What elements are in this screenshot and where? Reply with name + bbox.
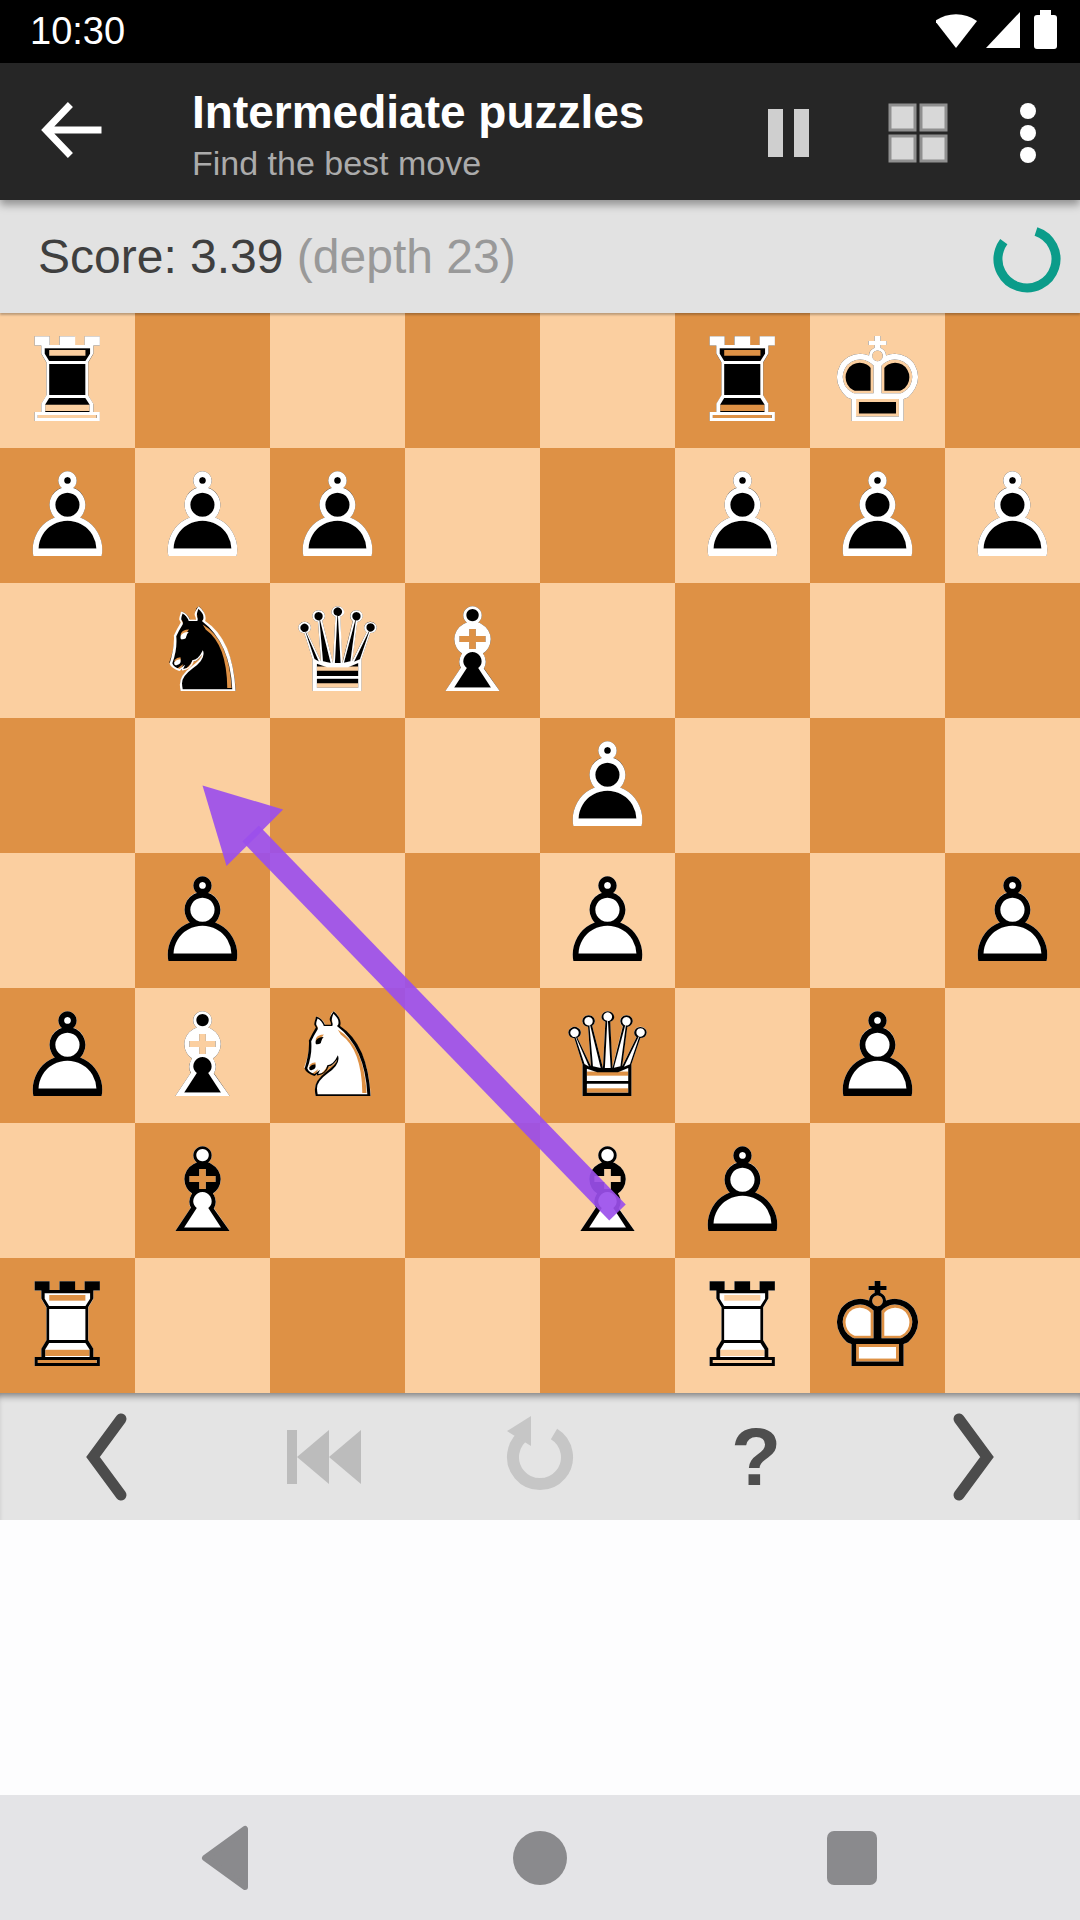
piece-black-pawn: ♟	[945, 448, 1080, 583]
square-d6[interactable]: ♝♗	[405, 583, 540, 718]
square-c1[interactable]	[270, 1258, 405, 1393]
piece-white-pawn: ♟	[675, 1123, 810, 1258]
piece-white-bishop: ♝	[135, 1123, 270, 1258]
undo-icon	[495, 1412, 585, 1502]
square-h8[interactable]	[945, 313, 1080, 448]
piece-outline-pawn: ♙	[0, 988, 135, 1123]
square-d5[interactable]	[405, 718, 540, 853]
square-c3[interactable]: ♞♘	[270, 988, 405, 1123]
score-text: Score: 3.39 (depth 23)	[38, 229, 516, 284]
square-e2[interactable]: ♝♗	[540, 1123, 675, 1258]
square-h7[interactable]: ♟♙	[945, 448, 1080, 583]
square-a8[interactable]: ♜♖	[0, 313, 135, 448]
piece-white-pawn: ♟	[0, 988, 135, 1123]
back-arrow-icon	[26, 85, 116, 175]
rewind-icon	[279, 1422, 369, 1492]
piece-outline-queen: ♕	[540, 988, 675, 1123]
wifi-icon	[936, 14, 977, 48]
square-g3[interactable]: ♟♙	[810, 988, 945, 1123]
nav-back-icon	[193, 1823, 263, 1893]
piece-white-bishop: ♝	[540, 1123, 675, 1258]
piece-outline-pawn: ♙	[945, 448, 1080, 583]
nav-recents-button[interactable]	[762, 1795, 942, 1920]
piece-black-pawn: ♟	[0, 448, 135, 583]
square-g2[interactable]	[810, 1123, 945, 1258]
piece-black-pawn: ♟	[675, 448, 810, 583]
board-layout-button[interactable]	[878, 93, 958, 173]
square-c8[interactable]	[270, 313, 405, 448]
rewind-to-start-button[interactable]	[244, 1393, 404, 1520]
piece-outline-queen: ♕	[270, 583, 405, 718]
chevron-right-icon	[937, 1407, 1007, 1507]
status-bar: 10:30	[0, 0, 1080, 63]
previous-move-button[interactable]	[28, 1393, 188, 1520]
piece-outline-pawn: ♙	[540, 718, 675, 853]
square-g4[interactable]	[810, 853, 945, 988]
back-button[interactable]	[26, 85, 116, 175]
piece-white-pawn: ♟	[135, 853, 270, 988]
square-c4[interactable]	[270, 853, 405, 988]
piece-outline-pawn: ♙	[540, 853, 675, 988]
square-a7[interactable]: ♟♙	[0, 448, 135, 583]
square-c5[interactable]	[270, 718, 405, 853]
piece-white-queen: ♛	[540, 988, 675, 1123]
page-title: Intermediate puzzles	[192, 83, 644, 141]
piece-outline-pawn: ♙	[135, 853, 270, 988]
square-e7[interactable]	[540, 448, 675, 583]
square-a4[interactable]	[0, 853, 135, 988]
piece-black-pawn: ♟	[540, 718, 675, 853]
piece-white-pawn: ♟	[810, 988, 945, 1123]
overflow-menu-icon	[988, 93, 1068, 173]
next-move-button[interactable]	[892, 1393, 1052, 1520]
piece-white-pawn: ♟	[945, 853, 1080, 988]
piece-outline-knight: ♘	[270, 988, 405, 1123]
overflow-menu-button[interactable]	[988, 93, 1068, 173]
piece-black-rook: ♜	[0, 313, 135, 448]
square-e1[interactable]	[540, 1258, 675, 1393]
piece-outline-bishop: ♗	[405, 583, 540, 718]
puzzle-toolbar: ?	[0, 1393, 1080, 1520]
square-g5[interactable]	[810, 718, 945, 853]
android-nav-bar	[0, 1795, 1080, 1920]
nav-back-button[interactable]	[138, 1795, 318, 1920]
square-c7[interactable]: ♟♙	[270, 448, 405, 583]
square-b8[interactable]	[135, 313, 270, 448]
square-f6[interactable]	[675, 583, 810, 718]
phone-screen: 10:30 Intermediate puzzl	[0, 0, 1080, 1920]
piece-outline-pawn: ♙	[810, 448, 945, 583]
score-bar: Score: 3.39 (depth 23)	[0, 200, 1080, 313]
square-e3[interactable]: ♛♕	[540, 988, 675, 1123]
square-f4[interactable]	[675, 853, 810, 988]
square-h4[interactable]: ♟♙	[945, 853, 1080, 988]
piece-white-knight: ♞	[270, 988, 405, 1123]
square-b4[interactable]: ♟♙	[135, 853, 270, 988]
piece-outline-king: ♔	[810, 313, 945, 448]
piece-black-pawn: ♟	[270, 448, 405, 583]
piece-black-knight: ♞	[135, 583, 270, 718]
square-b1[interactable]	[135, 1258, 270, 1393]
pause-button[interactable]	[748, 93, 828, 173]
square-b6[interactable]: ♞♘	[135, 583, 270, 718]
depth-value: (depth 23)	[297, 230, 516, 283]
square-d8[interactable]	[405, 313, 540, 448]
piece-black-bishop: ♝	[135, 988, 270, 1123]
piece-black-rook: ♜	[675, 313, 810, 448]
piece-outline-pawn: ♙	[270, 448, 405, 583]
piece-black-pawn: ♟	[810, 448, 945, 583]
undo-button[interactable]	[460, 1393, 620, 1520]
square-d3[interactable]	[405, 988, 540, 1123]
square-f7[interactable]: ♟♙	[675, 448, 810, 583]
square-d1[interactable]	[405, 1258, 540, 1393]
square-a1[interactable]: ♜♖	[0, 1258, 135, 1393]
piece-black-queen: ♛	[270, 583, 405, 718]
chess-board: ♜♖♜♖♚♔♟♙♟♙♟♙♟♙♟♙♟♙♞♘♛♕♝♗♟♙♟♙♟♙♟♙♟♙♝♗♞♘♛♕…	[0, 313, 1080, 1393]
piece-outline-rook: ♖	[675, 1258, 810, 1393]
nav-recents-icon	[817, 1823, 887, 1893]
square-h6[interactable]	[945, 583, 1080, 718]
square-f8[interactable]: ♜♖	[675, 313, 810, 448]
help-button[interactable]: ?	[676, 1393, 836, 1520]
piece-outline-pawn: ♙	[675, 448, 810, 583]
square-c2[interactable]	[270, 1123, 405, 1258]
chevron-left-icon	[73, 1407, 143, 1507]
square-b2[interactable]: ♝♗	[135, 1123, 270, 1258]
square-a6[interactable]	[0, 583, 135, 718]
piece-outline-rook: ♖	[0, 1258, 135, 1393]
piece-outline-pawn: ♙	[945, 853, 1080, 988]
piece-outline-pawn: ♙	[0, 448, 135, 583]
square-h1[interactable]	[945, 1258, 1080, 1393]
piece-outline-pawn: ♙	[810, 988, 945, 1123]
square-b5[interactable]	[135, 718, 270, 853]
square-a2[interactable]	[0, 1123, 135, 1258]
square-e4[interactable]: ♟♙	[540, 853, 675, 988]
nav-home-icon	[505, 1823, 575, 1893]
piece-outline-rook: ♖	[0, 313, 135, 448]
piece-white-rook: ♜	[0, 1258, 135, 1393]
nav-home-button[interactable]	[450, 1795, 630, 1920]
square-g8[interactable]: ♚♔	[810, 313, 945, 448]
square-f3[interactable]	[675, 988, 810, 1123]
square-g7[interactable]: ♟♙	[810, 448, 945, 583]
square-h2[interactable]	[945, 1123, 1080, 1258]
square-d4[interactable]	[405, 853, 540, 988]
square-d7[interactable]	[405, 448, 540, 583]
piece-white-king: ♚	[810, 1258, 945, 1393]
square-e6[interactable]	[540, 583, 675, 718]
piece-black-king: ♚	[810, 313, 945, 448]
piece-outline-pawn: ♙	[135, 448, 270, 583]
square-a5[interactable]	[0, 718, 135, 853]
clock-text: 10:30	[30, 10, 125, 53]
square-g1[interactable]: ♚♔	[810, 1258, 945, 1393]
piece-white-rook: ♜	[675, 1258, 810, 1393]
square-d2[interactable]	[405, 1123, 540, 1258]
battery-icon	[1034, 10, 1057, 49]
square-f2[interactable]: ♟♙	[675, 1123, 810, 1258]
piece-outline-bishop: ♗	[135, 1123, 270, 1258]
square-a3[interactable]: ♟♙	[0, 988, 135, 1123]
square-e8[interactable]	[540, 313, 675, 448]
engine-spinner-icon	[992, 224, 1062, 294]
app-bar: Intermediate puzzles Find the best move	[0, 63, 1080, 200]
grid-icon	[878, 93, 958, 173]
piece-black-pawn: ♟	[135, 448, 270, 583]
signal-icon	[986, 12, 1020, 48]
piece-outline-bishop: ♗	[540, 1123, 675, 1258]
score-value: Score: 3.39	[38, 230, 297, 283]
square-f1[interactable]: ♜♖	[675, 1258, 810, 1393]
square-b3[interactable]: ♝♗	[135, 988, 270, 1123]
piece-outline-bishop: ♗	[135, 988, 270, 1123]
square-f5[interactable]	[675, 718, 810, 853]
piece-outline-knight: ♘	[135, 583, 270, 718]
square-b7[interactable]: ♟♙	[135, 448, 270, 583]
help-icon: ?	[731, 1410, 781, 1504]
square-e5[interactable]: ♟♙	[540, 718, 675, 853]
square-h5[interactable]	[945, 718, 1080, 853]
square-h3[interactable]	[945, 988, 1080, 1123]
piece-black-bishop: ♝	[405, 583, 540, 718]
pause-icon	[748, 93, 828, 173]
square-g6[interactable]	[810, 583, 945, 718]
piece-outline-king: ♔	[810, 1258, 945, 1393]
page-subtitle: Find the best move	[192, 141, 644, 185]
square-c6[interactable]: ♛♕	[270, 583, 405, 718]
piece-outline-rook: ♖	[675, 313, 810, 448]
piece-outline-pawn: ♙	[675, 1123, 810, 1258]
move-list-panel	[0, 1520, 1080, 1795]
piece-white-pawn: ♟	[540, 853, 675, 988]
